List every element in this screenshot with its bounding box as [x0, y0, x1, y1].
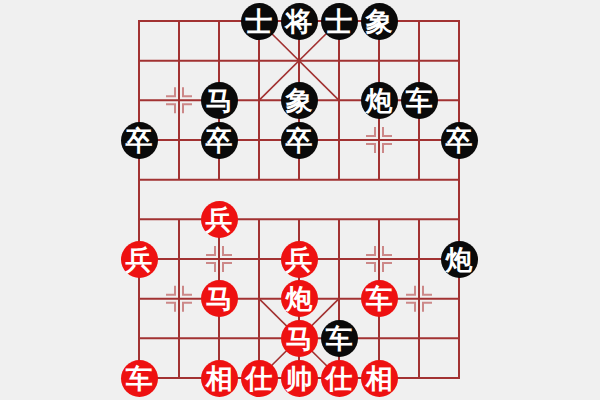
point-marker — [206, 246, 215, 255]
piece-black-chariot[interactable]: 车 — [321, 320, 358, 357]
piece-black-advisor[interactable]: 士 — [241, 3, 278, 40]
point-marker — [206, 263, 215, 272]
point-marker — [366, 144, 375, 153]
point-marker — [166, 286, 175, 295]
piece-red-elephant[interactable]: 相 — [201, 360, 238, 397]
piece-red-advisor[interactable]: 仕 — [241, 360, 278, 397]
point-marker — [366, 263, 375, 272]
point-marker — [223, 246, 232, 255]
piece-red-soldier[interactable]: 兵 — [281, 241, 318, 278]
piece-black-elephant[interactable]: 象 — [281, 82, 318, 119]
piece-black-soldier[interactable]: 卒 — [281, 122, 318, 159]
point-marker — [366, 246, 375, 255]
piece-black-soldier[interactable]: 卒 — [441, 122, 478, 159]
point-marker — [223, 263, 232, 272]
piece-black-cannon[interactable]: 炮 — [441, 241, 478, 278]
piece-black-soldier[interactable]: 卒 — [121, 122, 158, 159]
point-marker — [423, 303, 432, 312]
piece-red-elephant[interactable]: 相 — [361, 360, 398, 397]
piece-black-cannon[interactable]: 炮 — [361, 82, 398, 119]
piece-black-general[interactable]: 将 — [281, 3, 318, 40]
point-marker — [166, 87, 175, 96]
point-marker — [406, 286, 415, 295]
piece-black-chariot[interactable]: 车 — [401, 82, 438, 119]
point-marker — [383, 127, 392, 136]
piece-red-soldier[interactable]: 兵 — [121, 241, 158, 278]
piece-red-cannon[interactable]: 炮 — [281, 280, 318, 317]
point-marker — [423, 286, 432, 295]
point-marker — [183, 87, 192, 96]
piece-red-horse[interactable]: 马 — [281, 320, 318, 357]
point-marker — [166, 303, 175, 312]
point-marker — [383, 144, 392, 153]
piece-red-advisor[interactable]: 仕 — [321, 360, 358, 397]
point-marker — [183, 303, 192, 312]
piece-red-general[interactable]: 帅 — [281, 360, 318, 397]
piece-black-soldier[interactable]: 卒 — [201, 122, 238, 159]
piece-red-chariot[interactable]: 车 — [121, 360, 158, 397]
piece-red-horse[interactable]: 马 — [201, 280, 238, 317]
point-marker — [183, 104, 192, 113]
point-marker — [406, 303, 415, 312]
piece-black-elephant[interactable]: 象 — [361, 3, 398, 40]
piece-black-horse[interactable]: 马 — [201, 82, 238, 119]
point-marker — [383, 263, 392, 272]
point-marker — [383, 246, 392, 255]
point-marker — [166, 104, 175, 113]
point-marker — [366, 127, 375, 136]
point-marker — [183, 286, 192, 295]
piece-red-chariot[interactable]: 车 — [361, 280, 398, 317]
xiangqi-app: 士将士象马象炮车卒卒卒卒炮车兵兵兵马炮车马车相仕帅仕相 — [0, 0, 600, 400]
piece-red-soldier[interactable]: 兵 — [201, 201, 238, 238]
piece-black-advisor[interactable]: 士 — [321, 3, 358, 40]
